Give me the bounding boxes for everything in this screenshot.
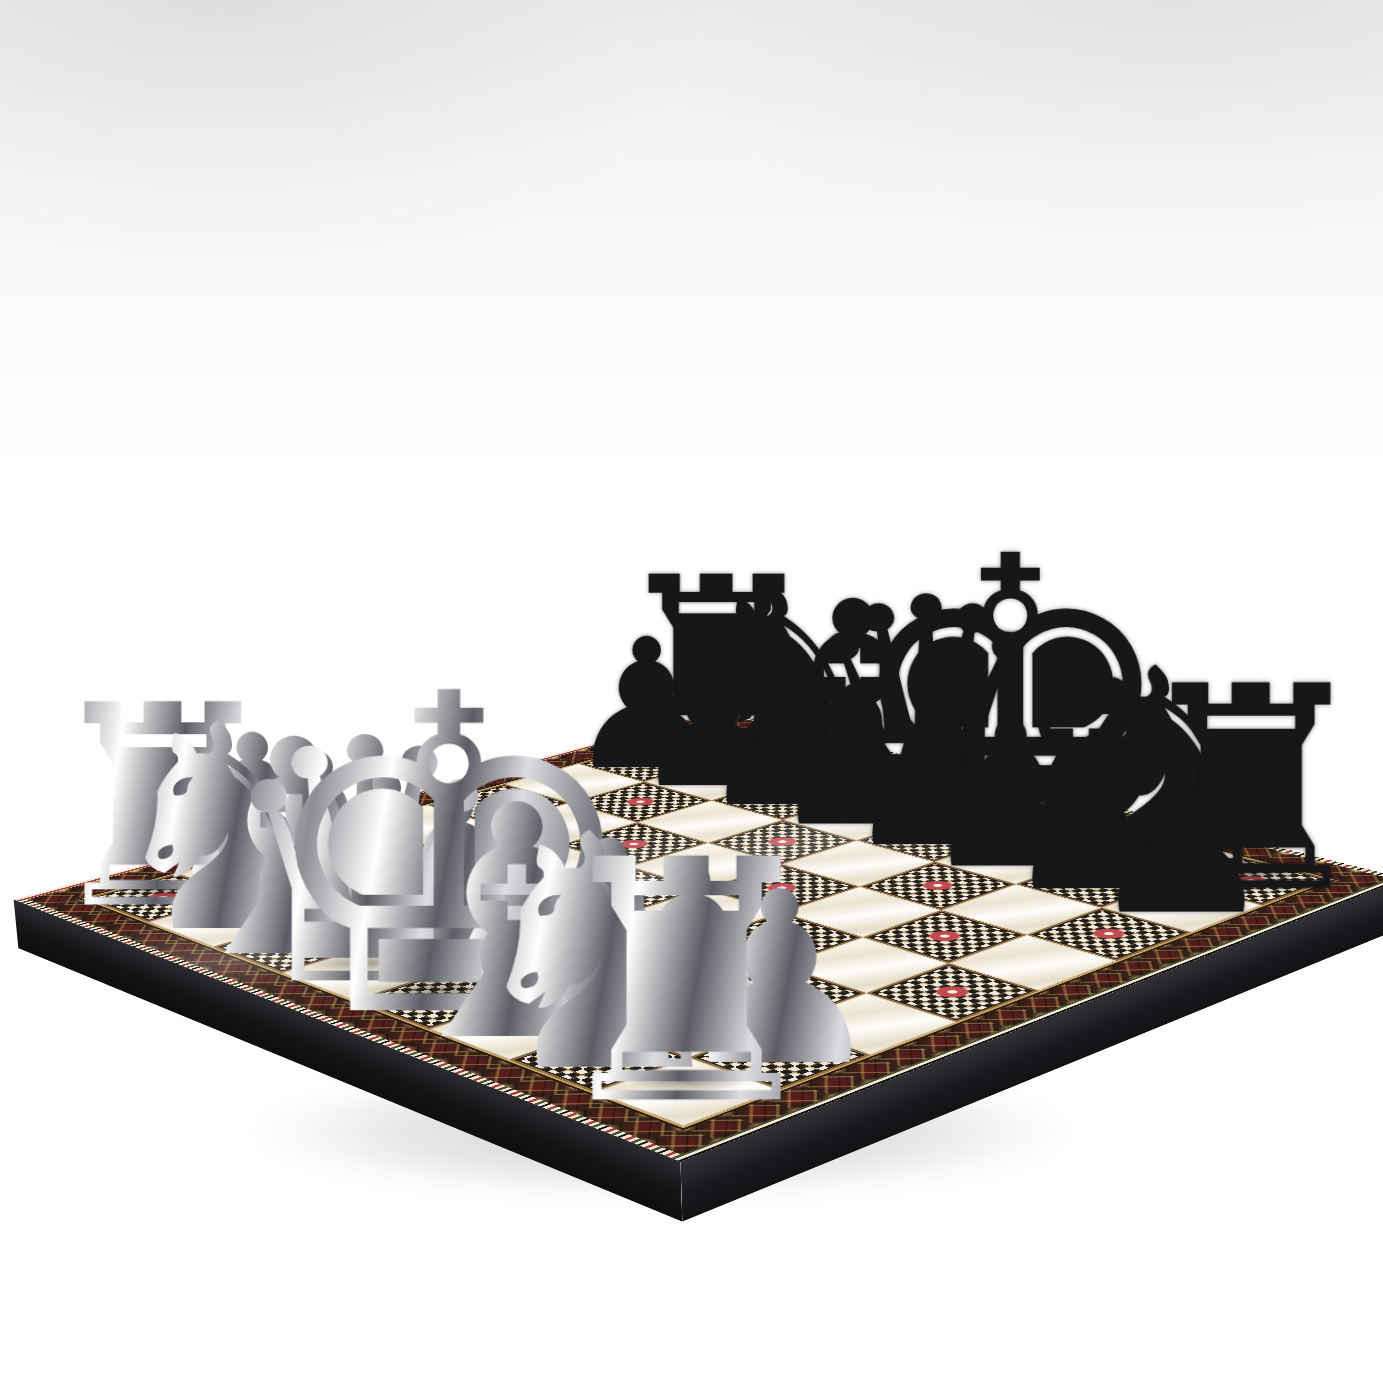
- square-h1: ♜: [593, 1057, 778, 1126]
- board-frame: ♜♞♝♛♚♝♞♜♟♟♟♟♟♟♟♟♟♟♟♟♟♟♟♟♜♞♝♛♚♝♞♜: [86, 725, 1330, 1125]
- board-grid: ♜♞♝♛♚♝♞♜♟♟♟♟♟♟♟♟♟♟♟♟♟♟♟♟♜♞♝♛♚♝♞♜: [86, 725, 1330, 1125]
- white-rook-icon: ♜: [483, 816, 889, 1150]
- chess-board: ♜♞♝♛♚♝♞♜♟♟♟♟♟♟♟♟♟♟♟♟♟♟♟♟♜♞♝♛♚♝♞♜: [13, 709, 1383, 1161]
- scene-3d: ♜♞♝♛♚♝♞♜♟♟♟♟♟♟♟♟♟♟♟♟♟♟♟♟♜♞♝♛♚♝♞♜: [0, 0, 1383, 1383]
- product-photo-stage: ♜♞♝♛♚♝♞♜♟♟♟♟♟♟♟♟♟♟♟♟♟♟♟♟♜♞♝♛♚♝♞♜: [0, 0, 1383, 1383]
